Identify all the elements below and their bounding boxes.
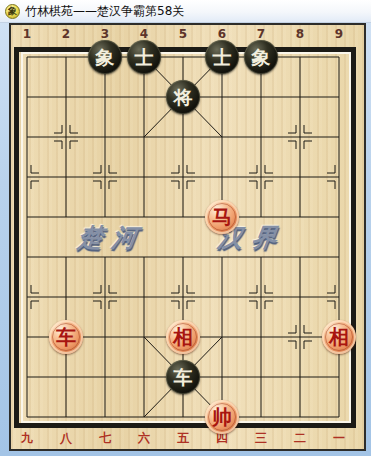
point-marker bbox=[288, 125, 296, 133]
river-label-left: 楚河 bbox=[76, 221, 149, 254]
file-label-bottom-9: 一 bbox=[333, 431, 345, 445]
point-marker bbox=[265, 285, 273, 293]
file-label-top-5: 5 bbox=[179, 27, 187, 41]
point-marker bbox=[304, 141, 312, 149]
piece-black-advisor[interactable]: 士 bbox=[205, 40, 239, 74]
point-marker bbox=[327, 165, 335, 173]
point-marker bbox=[171, 301, 179, 309]
point-marker bbox=[31, 285, 39, 293]
point-marker bbox=[265, 165, 273, 173]
point-marker bbox=[304, 325, 312, 333]
point-marker bbox=[93, 301, 101, 309]
point-marker bbox=[249, 301, 257, 309]
file-label-top-4: 4 bbox=[140, 27, 148, 41]
point-marker bbox=[187, 301, 195, 309]
piece-red-chariot[interactable]: 车 bbox=[49, 320, 83, 354]
point-marker bbox=[54, 141, 62, 149]
piece-black-advisor[interactable]: 士 bbox=[127, 40, 161, 74]
point-marker bbox=[171, 165, 179, 173]
point-marker bbox=[31, 165, 39, 173]
file-label-bottom-5: 五 bbox=[177, 431, 189, 445]
piece-black-general[interactable]: 将 bbox=[166, 80, 200, 114]
board-area[interactable]: 楚河 汉界 123456789 九八七六五四三二一 象士士象将马车相相车帅 bbox=[9, 23, 366, 451]
point-marker bbox=[288, 141, 296, 149]
point-marker bbox=[93, 181, 101, 189]
point-marker bbox=[109, 301, 117, 309]
point-marker bbox=[249, 285, 257, 293]
piece-black-elephant[interactable]: 象 bbox=[244, 40, 278, 74]
point-marker bbox=[249, 181, 257, 189]
file-label-top-9: 9 bbox=[335, 27, 343, 41]
title-bar: 象 竹林棋苑——楚汉争霸第58关 bbox=[0, 0, 371, 23]
point-marker bbox=[93, 285, 101, 293]
point-marker bbox=[304, 125, 312, 133]
piece-black-elephant[interactable]: 象 bbox=[88, 40, 122, 74]
point-marker bbox=[288, 325, 296, 333]
file-label-top-7: 7 bbox=[257, 27, 265, 41]
file-label-bottom-4: 六 bbox=[138, 431, 150, 445]
point-marker bbox=[288, 341, 296, 349]
file-label-top-2: 2 bbox=[62, 27, 70, 41]
point-marker bbox=[327, 181, 335, 189]
file-label-top-6: 6 bbox=[218, 27, 226, 41]
file-label-top-8: 8 bbox=[296, 27, 304, 41]
point-marker bbox=[109, 285, 117, 293]
point-marker bbox=[171, 285, 179, 293]
file-label-bottom-2: 八 bbox=[60, 431, 72, 445]
file-label-top-1: 1 bbox=[23, 27, 31, 41]
piece-red-elephant[interactable]: 相 bbox=[322, 320, 356, 354]
point-marker bbox=[187, 181, 195, 189]
point-marker bbox=[265, 301, 273, 309]
point-marker bbox=[109, 181, 117, 189]
file-label-bottom-8: 二 bbox=[294, 431, 306, 445]
point-marker bbox=[70, 141, 78, 149]
point-marker bbox=[93, 165, 101, 173]
point-marker bbox=[171, 181, 179, 189]
window-title: 竹林棋苑——楚汉争霸第58关 bbox=[25, 3, 184, 20]
point-marker bbox=[249, 165, 257, 173]
point-marker bbox=[187, 165, 195, 173]
piece-red-elephant[interactable]: 相 bbox=[166, 320, 200, 354]
point-marker bbox=[54, 125, 62, 133]
point-marker bbox=[327, 301, 335, 309]
xiangqi-app-window: { "game": "xiangqi", "window": { "title"… bbox=[0, 0, 371, 456]
file-label-top-3: 3 bbox=[101, 27, 109, 41]
point-marker bbox=[70, 125, 78, 133]
file-label-bottom-3: 七 bbox=[99, 431, 111, 445]
piece-black-chariot[interactable]: 车 bbox=[166, 360, 200, 394]
piece-red-horse[interactable]: 马 bbox=[205, 200, 239, 234]
point-marker bbox=[31, 301, 39, 309]
piece-red-general[interactable]: 帅 bbox=[205, 400, 239, 434]
point-marker bbox=[31, 181, 39, 189]
point-marker bbox=[304, 341, 312, 349]
point-marker bbox=[187, 285, 195, 293]
app-icon: 象 bbox=[5, 4, 20, 19]
file-label-bottom-7: 三 bbox=[255, 431, 267, 445]
point-marker bbox=[327, 285, 335, 293]
point-marker bbox=[265, 181, 273, 189]
point-marker bbox=[109, 165, 117, 173]
file-label-bottom-1: 九 bbox=[21, 431, 33, 445]
